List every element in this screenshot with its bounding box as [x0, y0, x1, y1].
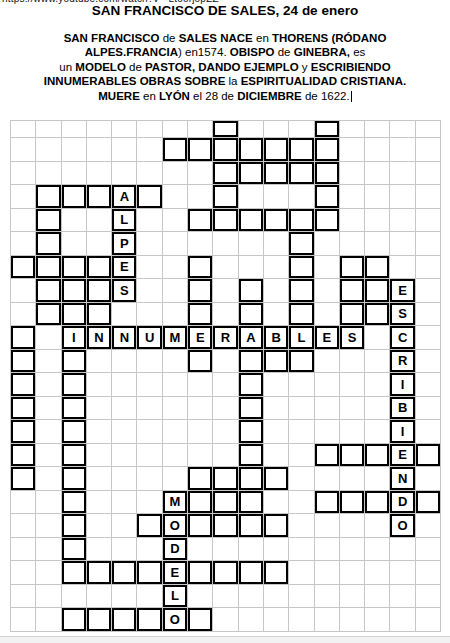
cell-r16c12 [289, 467, 314, 491]
cell-r19c9 [213, 538, 238, 562]
cell-r15c11 [264, 444, 289, 468]
cell-r10c13[interactable]: E [315, 326, 340, 350]
cell-r9c15[interactable] [365, 303, 390, 327]
cell-r4c6[interactable] [137, 185, 162, 209]
cell-r18c6[interactable] [137, 514, 162, 538]
cell-r5c2[interactable] [36, 209, 61, 233]
cell-r3c11[interactable] [264, 162, 289, 186]
cell-r7c12[interactable] [289, 256, 314, 280]
cell-r5c5[interactable]: L [112, 209, 137, 233]
cell-r2c14 [340, 138, 365, 162]
cell-r5c4 [87, 209, 112, 233]
cell-r19c4 [87, 538, 112, 562]
cell-r6c5[interactable]: P [112, 232, 137, 256]
cell-r1c10 [239, 121, 264, 138]
cell-r20c8[interactable] [188, 561, 213, 585]
cell-r17c5 [112, 491, 137, 515]
cell-r8c11 [264, 279, 289, 303]
cell-r5c3 [62, 209, 87, 233]
cell-r14c13 [315, 420, 340, 444]
cell-r18c2 [36, 514, 61, 538]
cell-r9c16[interactable]: S [390, 303, 415, 327]
cell-r1c5 [112, 121, 137, 138]
cell-r10c7[interactable]: M [163, 326, 188, 350]
cell-r9c10[interactable] [239, 303, 264, 327]
cell-r21c2 [36, 585, 61, 609]
cell-r7c15[interactable] [365, 256, 390, 280]
cell-r15c5 [112, 444, 137, 468]
cell-r17c15[interactable] [365, 491, 390, 515]
cell-r3c13[interactable] [315, 162, 340, 186]
cell-r12c16[interactable]: I [390, 373, 415, 397]
cell-r15c10[interactable] [239, 444, 264, 468]
cell-r14c7 [163, 420, 188, 444]
cell-r11c3[interactable] [62, 350, 87, 374]
cell-r21c6 [137, 585, 162, 609]
cell-r21c11 [264, 585, 289, 609]
cell-r16c4 [87, 467, 112, 491]
cell-r4c15 [365, 185, 390, 209]
cell-r1c13[interactable] [315, 121, 340, 138]
cell-r15c4 [87, 444, 112, 468]
cell-r8c4[interactable] [87, 279, 112, 303]
cell-r10c9[interactable]: R [213, 326, 238, 350]
cell-r19c7[interactable]: D [163, 538, 188, 562]
cell-r12c11 [264, 373, 289, 397]
cell-r13c4 [87, 397, 112, 421]
cell-r18c3[interactable] [62, 514, 87, 538]
cell-r6c9 [213, 232, 238, 256]
intro-line-5: MUERE en LYÓN el 28 de DICIEMBRE de 1622… [0, 89, 450, 103]
cell-r11c4 [87, 350, 112, 374]
cell-r21c14 [340, 585, 365, 609]
cell-r15c7 [163, 444, 188, 468]
cell-r13c7 [163, 397, 188, 421]
cell-r16c1[interactable] [11, 467, 36, 491]
cell-r15c13[interactable] [315, 444, 340, 468]
cell-r3c17 [416, 162, 441, 186]
cell-r13c1[interactable] [11, 397, 36, 421]
cell-r11c11[interactable] [264, 350, 289, 374]
cell-r8c15[interactable] [365, 279, 390, 303]
cell-r14c9 [213, 420, 238, 444]
cell-r12c10[interactable] [239, 373, 264, 397]
cell-r9c6 [137, 303, 162, 327]
cell-r8c2[interactable] [36, 279, 61, 303]
cell-r14c11 [264, 420, 289, 444]
cell-r16c5 [112, 467, 137, 491]
cell-r2c7[interactable] [163, 138, 188, 162]
cell-r4c5[interactable]: A [112, 185, 137, 209]
cell-r16c8[interactable] [188, 467, 213, 491]
cell-r2c8[interactable] [188, 138, 213, 162]
cell-r12c15 [365, 373, 390, 397]
cell-r2c16 [390, 138, 415, 162]
cell-r20c9[interactable] [213, 561, 238, 585]
cell-r11c10[interactable] [239, 350, 264, 374]
cell-r10c11[interactable]: B [264, 326, 289, 350]
cell-r18c8[interactable] [188, 514, 213, 538]
cell-r20c17 [416, 561, 441, 585]
cell-r15c16[interactable]: E [390, 444, 415, 468]
cell-r7c4[interactable] [87, 256, 112, 280]
cell-r10c8[interactable]: E [188, 326, 213, 350]
cell-r9c8[interactable] [188, 303, 213, 327]
cell-r16c10[interactable] [239, 467, 264, 491]
cell-r15c8 [188, 444, 213, 468]
cell-r19c3[interactable] [62, 538, 87, 562]
cell-r4c13[interactable] [315, 185, 340, 209]
cell-r17c13[interactable] [315, 491, 340, 515]
cell-r9c1 [11, 303, 36, 327]
cell-r8c5[interactable]: S [112, 279, 137, 303]
cell-r3c3 [62, 162, 87, 186]
cell-r17c8[interactable] [188, 491, 213, 515]
cell-r12c5 [112, 373, 137, 397]
cell-r3c10[interactable] [239, 162, 264, 186]
cell-r19c15 [365, 538, 390, 562]
cell-r13c13 [315, 397, 340, 421]
cell-r14c3[interactable] [62, 420, 87, 444]
cell-r7c8[interactable] [188, 256, 213, 280]
cell-r21c4 [87, 585, 112, 609]
document-page: https://www.youtube.com/watch?v=-Ltoorjo… [0, 0, 450, 643]
cell-r3c15 [365, 162, 390, 186]
cell-r9c4[interactable] [87, 303, 112, 327]
cell-r7c3[interactable] [62, 256, 87, 280]
cell-r7c17 [416, 256, 441, 280]
cell-r13c17 [416, 397, 441, 421]
cell-r2c4 [87, 138, 112, 162]
cell-r5c13[interactable] [315, 209, 340, 233]
cell-r16c16[interactable]: N [390, 467, 415, 491]
cell-r8c3[interactable] [62, 279, 87, 303]
cell-r17c4 [87, 491, 112, 515]
cell-r19c6 [137, 538, 162, 562]
cell-r15c6 [137, 444, 162, 468]
cell-r3c2 [36, 162, 61, 186]
cell-r10c15 [365, 326, 390, 350]
cell-r9c14[interactable] [340, 303, 365, 327]
cell-r17c7[interactable]: M [163, 491, 188, 515]
cell-r18c7[interactable]: O [163, 514, 188, 538]
cell-r15c1[interactable] [11, 444, 36, 468]
cell-r17c17[interactable] [416, 491, 441, 515]
cell-r21c12 [289, 585, 314, 609]
cell-r2c2 [36, 138, 61, 162]
cell-r13c11 [264, 397, 289, 421]
cell-r10c12[interactable]: L [289, 326, 314, 350]
cell-r10c3[interactable]: I [62, 326, 87, 350]
cell-r3c4 [87, 162, 112, 186]
cell-r22c8[interactable] [188, 608, 213, 632]
cell-r10c2 [36, 326, 61, 350]
cell-r20c3[interactable] [62, 561, 87, 585]
cell-r16c14 [340, 467, 365, 491]
cell-r17c9[interactable] [213, 491, 238, 515]
cell-r4c12 [289, 185, 314, 209]
text-cursor [351, 91, 352, 102]
cell-r20c12 [289, 561, 314, 585]
cell-r3c6 [137, 162, 162, 186]
cell-r20c13 [315, 561, 340, 585]
cell-r19c13 [315, 538, 340, 562]
cell-r8c12[interactable] [289, 279, 314, 303]
cell-r6c14 [340, 232, 365, 256]
cell-r21c3 [62, 585, 87, 609]
cell-r3c12[interactable] [289, 162, 314, 186]
page-break-strip [0, 636, 450, 643]
cell-r4c4[interactable] [87, 185, 112, 209]
cell-r17c10[interactable] [239, 491, 264, 515]
cell-r22c7[interactable]: O [163, 608, 188, 632]
cell-r1c7 [163, 121, 188, 138]
cell-r1c1 [11, 121, 36, 138]
cell-r1c14 [340, 121, 365, 138]
cell-r1c17 [416, 121, 441, 138]
cell-r18c11[interactable] [264, 514, 289, 538]
cell-r11c8[interactable] [188, 350, 213, 374]
cell-r10c16[interactable]: C [390, 326, 415, 350]
cell-r20c4[interactable] [87, 561, 112, 585]
cell-r7c2[interactable] [36, 256, 61, 280]
cell-r14c16[interactable]: I [390, 420, 415, 444]
cell-r4c3[interactable] [62, 185, 87, 209]
cell-r18c14 [340, 514, 365, 538]
cell-r1c4 [87, 121, 112, 138]
cell-r22c4[interactable] [87, 608, 112, 632]
cell-r21c7[interactable]: L [163, 585, 188, 609]
cell-r5c8[interactable] [188, 209, 213, 233]
cell-r8c9 [213, 279, 238, 303]
cell-r22c14 [340, 608, 365, 632]
cell-r13c5 [112, 397, 137, 421]
cell-r2c10[interactable] [239, 138, 264, 162]
cell-r1c11 [264, 121, 289, 138]
cell-r1c9[interactable] [213, 121, 238, 138]
cell-r18c10[interactable] [239, 514, 264, 538]
cell-r19c5 [112, 538, 137, 562]
cell-r6c8 [188, 232, 213, 256]
cell-r6c2[interactable] [36, 232, 61, 256]
cell-r10c6[interactable]: U [137, 326, 162, 350]
cell-r22c1 [11, 608, 36, 632]
cell-r14c1[interactable] [11, 420, 36, 444]
cell-r6c16 [390, 232, 415, 256]
cell-r7c1[interactable] [11, 256, 36, 280]
cell-r10c4[interactable]: N [87, 326, 112, 350]
cell-r16c13 [315, 467, 340, 491]
cell-r16c3[interactable] [62, 467, 87, 491]
cell-r7c5[interactable]: E [112, 256, 137, 280]
cell-r10c14[interactable]: S [340, 326, 365, 350]
cell-r5c14 [340, 209, 365, 233]
cell-r4c9[interactable] [213, 185, 238, 209]
cell-r7c14[interactable] [340, 256, 365, 280]
cell-r9c5 [112, 303, 137, 327]
cell-r8c7 [163, 279, 188, 303]
cell-r2c3 [62, 138, 87, 162]
cell-r18c5 [112, 514, 137, 538]
cell-r2c9[interactable] [213, 138, 238, 162]
cell-r14c15 [365, 420, 390, 444]
cell-r19c11 [264, 538, 289, 562]
cell-r21c13 [315, 585, 340, 609]
cell-r17c16[interactable]: D [390, 491, 415, 515]
cell-r14c12 [289, 420, 314, 444]
cell-r1c8 [188, 121, 213, 138]
cell-r21c15 [365, 585, 390, 609]
cell-r2c13[interactable] [315, 138, 340, 162]
cell-r10c1[interactable] [11, 326, 36, 350]
cell-r3c7 [163, 162, 188, 186]
cell-r14c10[interactable] [239, 420, 264, 444]
cell-r6c1 [11, 232, 36, 256]
intro-line-1: SAN FRANCISCO de SALES NACE en THORENS (… [0, 31, 450, 45]
cell-r7c6 [137, 256, 162, 280]
cell-r15c12 [289, 444, 314, 468]
cell-r12c13 [315, 373, 340, 397]
cell-r11c5 [112, 350, 137, 374]
cell-r5c16 [390, 209, 415, 233]
cell-r7c16 [390, 256, 415, 280]
cell-r9c12[interactable] [289, 303, 314, 327]
cell-r11c16[interactable]: R [390, 350, 415, 374]
cell-r12c17 [416, 373, 441, 397]
cell-r22c5[interactable] [112, 608, 137, 632]
cell-r17c3[interactable] [62, 491, 87, 515]
cell-r6c10 [239, 232, 264, 256]
cell-r13c15 [365, 397, 390, 421]
cell-r22c3[interactable] [62, 608, 87, 632]
cell-r12c6 [137, 373, 162, 397]
cell-r16c11[interactable] [264, 467, 289, 491]
cell-r1c16 [390, 121, 415, 138]
cell-r14c4 [87, 420, 112, 444]
cell-r20c6[interactable] [137, 561, 162, 585]
cell-r5c1 [11, 209, 36, 233]
cell-r8c13 [315, 279, 340, 303]
cell-r6c13 [315, 232, 340, 256]
cell-r5c9[interactable] [213, 209, 238, 233]
cell-r8c8[interactable] [188, 279, 213, 303]
cell-r13c12 [289, 397, 314, 421]
cell-r5c7 [163, 209, 188, 233]
cell-r22c15 [365, 608, 390, 632]
cell-r16c9[interactable] [213, 467, 238, 491]
cell-r3c9[interactable] [213, 162, 238, 186]
cell-r8c16[interactable]: E [390, 279, 415, 303]
page-title: SAN FRANCISCO DE SALES, 24 de enero [0, 3, 450, 18]
cell-r9c9 [213, 303, 238, 327]
cell-r1c2 [36, 121, 61, 138]
cell-r9c7 [163, 303, 188, 327]
cell-r4c16 [390, 185, 415, 209]
cell-r9c2[interactable] [36, 303, 61, 327]
cell-r4c2[interactable] [36, 185, 61, 209]
cell-r9c11 [264, 303, 289, 327]
cell-r18c4 [87, 514, 112, 538]
cell-r12c2 [36, 373, 61, 397]
cell-r21c8 [188, 585, 213, 609]
cell-r6c7 [163, 232, 188, 256]
cell-r15c17[interactable] [416, 444, 441, 468]
cell-r15c3[interactable] [62, 444, 87, 468]
cell-r2c17 [416, 138, 441, 162]
cell-r20c5[interactable] [112, 561, 137, 585]
cell-r3c8 [188, 162, 213, 186]
cell-r14c2 [36, 420, 61, 444]
cell-r1c15 [365, 121, 390, 138]
cell-r10c10[interactable]: A [239, 326, 264, 350]
cell-r20c14 [340, 561, 365, 585]
cell-r2c12[interactable] [289, 138, 314, 162]
cell-r4c8 [188, 185, 213, 209]
cell-r5c12[interactable] [289, 209, 314, 233]
cell-r22c6[interactable] [137, 608, 162, 632]
cell-r18c16[interactable]: O [390, 514, 415, 538]
cell-r11c17 [416, 350, 441, 374]
cell-r11c12[interactable] [289, 350, 314, 374]
cell-r17c12 [289, 491, 314, 515]
cell-r5c11[interactable] [264, 209, 289, 233]
cell-r20c10[interactable] [239, 561, 264, 585]
cell-r11c1[interactable] [11, 350, 36, 374]
cell-r19c14 [340, 538, 365, 562]
cell-r12c4 [87, 373, 112, 397]
cell-r19c2 [36, 538, 61, 562]
cell-r8c14[interactable] [340, 279, 365, 303]
cell-r9c3[interactable] [62, 303, 87, 327]
cell-r14c6 [137, 420, 162, 444]
cell-r20c7[interactable]: E [163, 561, 188, 585]
cell-r13c10[interactable] [239, 397, 264, 421]
cell-r4c14 [340, 185, 365, 209]
cell-r20c11[interactable] [264, 561, 289, 585]
cell-r14c17 [416, 420, 441, 444]
cell-r15c14[interactable] [340, 444, 365, 468]
cell-r13c3[interactable] [62, 397, 87, 421]
cell-r3c5 [112, 162, 137, 186]
cell-r16c2 [36, 467, 61, 491]
cell-r10c5[interactable]: N [112, 326, 137, 350]
cell-r17c6 [137, 491, 162, 515]
cell-r18c9[interactable] [213, 514, 238, 538]
cell-r17c14[interactable] [340, 491, 365, 515]
cell-r17c11 [264, 491, 289, 515]
cell-r20c16 [390, 561, 415, 585]
cell-r18c15 [365, 514, 390, 538]
cell-r5c6 [137, 209, 162, 233]
cell-r6c11 [264, 232, 289, 256]
cell-r5c10[interactable] [239, 209, 264, 233]
cell-r8c10[interactable] [239, 279, 264, 303]
cell-r15c15[interactable] [365, 444, 390, 468]
cell-r12c1[interactable] [11, 373, 36, 397]
cell-r11c9 [213, 350, 238, 374]
cell-r6c12[interactable] [289, 232, 314, 256]
cell-r2c11[interactable] [264, 138, 289, 162]
cell-r19c10 [239, 538, 264, 562]
cell-r20c1 [11, 561, 36, 585]
cell-r6c17 [416, 232, 441, 256]
cell-r11c6 [137, 350, 162, 374]
cell-r19c12 [289, 538, 314, 562]
cell-r22c2 [36, 608, 61, 632]
cell-r13c16[interactable]: B [390, 397, 415, 421]
crossword-grid: ALPESESINNUMERABLESCRIBIENMDOODELO [10, 120, 441, 632]
cell-r12c3[interactable] [62, 373, 87, 397]
